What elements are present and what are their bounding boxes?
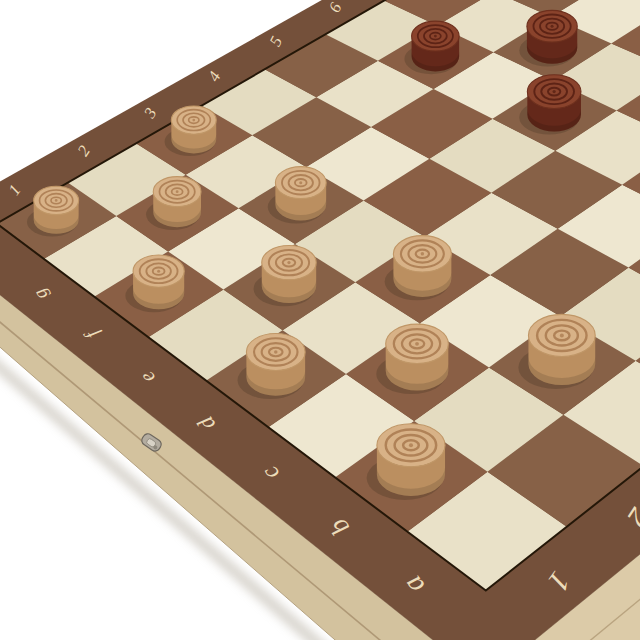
checkers-board: abcdefgh1234567812345678	[0, 0, 640, 640]
board-photo-stage: abcdefgh1234567812345678 Oblique product…	[0, 0, 640, 640]
